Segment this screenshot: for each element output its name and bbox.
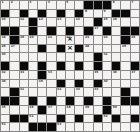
block-r12c10	[84, 97, 92, 105]
block-r12c4	[29, 97, 37, 105]
block-r14c7	[57, 115, 65, 123]
clue-number: 28	[85, 45, 89, 48]
cell-r15c11[interactable]	[94, 123, 102, 131]
cell-r11c5[interactable]	[38, 88, 46, 96]
cell-r2c15[interactable]	[131, 10, 139, 18]
clue-number: 19	[20, 36, 24, 39]
cell-r10c6[interactable]	[47, 80, 55, 88]
cell-r10c15[interactable]	[131, 80, 139, 88]
block-r12c12	[103, 97, 111, 105]
cell-r4c13[interactable]	[112, 27, 120, 35]
cell-r5c7[interactable]	[57, 36, 65, 44]
cell-r14c5[interactable]	[38, 115, 46, 123]
cell-r10c8[interactable]	[66, 80, 74, 88]
block-r1c10	[84, 1, 92, 9]
cell-r13c15[interactable]	[131, 106, 139, 114]
cell-r9c12[interactable]	[103, 71, 111, 79]
block-r4c4	[29, 27, 37, 35]
block-r2c1	[1, 10, 9, 18]
block-r4c10	[84, 27, 92, 35]
cell-r13c7[interactable]	[57, 106, 65, 114]
cell-r14c10[interactable]	[84, 115, 92, 123]
cell-r11c6[interactable]	[47, 88, 55, 96]
cell-r2c11[interactable]	[94, 10, 102, 18]
cell-r10c2[interactable]	[10, 80, 18, 88]
clue-number: 1	[2, 1, 4, 4]
cell-r7c14[interactable]	[121, 53, 129, 61]
cell-r3c15[interactable]	[131, 18, 139, 26]
clue-number: 8	[85, 10, 87, 13]
cell-r1c5[interactable]	[38, 1, 46, 9]
block-r8c11	[94, 62, 102, 70]
block-r14c9	[75, 115, 83, 123]
cell-r3c7[interactable]: 13	[57, 18, 65, 26]
cell-r8c4[interactable]	[29, 62, 37, 70]
block-r6c7	[57, 45, 65, 53]
cell-r13c14[interactable]	[121, 106, 129, 114]
clue-number: 25	[131, 36, 135, 39]
block-r10c7	[57, 80, 65, 88]
cell-r7c3[interactable]	[20, 53, 28, 61]
cell-r5c4[interactable]: 20	[29, 36, 37, 44]
clue-number: 39	[39, 80, 43, 83]
cell-r7c10[interactable]	[84, 53, 92, 61]
clue-number: 23	[85, 36, 89, 39]
clue-number: 43	[76, 88, 80, 91]
clue-number: 6	[113, 1, 115, 4]
block-r10c11	[94, 80, 102, 88]
cell-r6c12[interactable]	[103, 45, 111, 53]
cell-r2c12[interactable]: 9	[103, 10, 111, 18]
block-r13c12	[103, 106, 111, 114]
cell-r11c9[interactable]: 43	[75, 88, 83, 96]
clue-number: 38	[2, 80, 6, 83]
cell-r1c1[interactable]: 1	[1, 1, 9, 9]
cell-r13c9[interactable]	[75, 106, 83, 114]
cell-r9c3[interactable]: 33	[20, 71, 28, 79]
clue-number: 54	[57, 123, 61, 126]
clue-number: 9	[103, 10, 105, 13]
block-r8c13	[112, 62, 120, 70]
cell-r9c6[interactable]: 34	[47, 71, 55, 79]
cell-r6c6[interactable]	[47, 45, 55, 53]
clue-number: 46	[29, 106, 33, 109]
cell-r7c2[interactable]	[10, 53, 18, 61]
cell-r10c4[interactable]	[29, 80, 37, 88]
cell-r1c9[interactable]	[75, 1, 83, 9]
cell-r11c11[interactable]: 44	[94, 88, 102, 96]
block-r12c8	[66, 97, 74, 105]
cell-r6c15[interactable]	[131, 45, 139, 53]
cell-r3c13[interactable]: 16	[112, 18, 120, 26]
block-r6c9	[75, 45, 83, 53]
clue-number: 13	[57, 18, 61, 21]
cell-r15c2[interactable]	[10, 123, 18, 131]
clue-number: 15	[103, 18, 107, 21]
block-r8c3	[20, 62, 28, 70]
clue-number: 11	[20, 18, 24, 21]
clue-number: 47	[48, 106, 52, 109]
block-r12c6	[47, 97, 55, 105]
clue-number: 2	[11, 1, 13, 4]
cell-r9c1[interactable]: 32	[1, 71, 9, 79]
cell-r12c3[interactable]	[20, 97, 28, 105]
block-r5c14	[121, 36, 129, 44]
cell-r13c13[interactable]: 50	[112, 106, 120, 114]
cell-r13c4[interactable]: 46	[29, 106, 37, 114]
cell-r9c4[interactable]	[29, 71, 37, 79]
cell-r1c4[interactable]: 3	[29, 1, 37, 9]
clue-number: 29	[122, 45, 126, 48]
cell-r15c13[interactable]	[112, 123, 120, 131]
block-r12c15	[131, 97, 139, 105]
cell-r1c2[interactable]: 2	[10, 1, 18, 9]
block-r15c5	[38, 123, 46, 131]
cell-r11c13[interactable]	[112, 88, 120, 96]
cell-r6c2[interactable]: 27	[10, 45, 18, 53]
cell-r7c6[interactable]	[47, 53, 55, 61]
cell-r2c2[interactable]	[10, 10, 18, 18]
cell-r8c12[interactable]	[103, 62, 111, 70]
cell-r13c11[interactable]	[94, 106, 102, 114]
cell-r5c12[interactable]: 24	[103, 36, 111, 44]
cell-r15c12[interactable]	[103, 123, 111, 131]
cell-r5c15[interactable]: 25	[131, 36, 139, 44]
block-r15c4	[29, 123, 37, 131]
clue-number: 52	[103, 115, 107, 118]
block-r4c8	[66, 27, 74, 35]
block-r1c12	[103, 1, 111, 9]
cell-r7c4[interactable]	[29, 53, 37, 61]
clue-number: 51	[29, 115, 33, 118]
cell-r3c5[interactable]: 12	[38, 18, 46, 26]
cell-r13c3[interactable]	[20, 106, 28, 114]
clue-number: 32	[2, 71, 6, 74]
cell-r13c1[interactable]: 45	[1, 106, 9, 114]
cell-r12c11[interactable]	[94, 97, 102, 105]
cell-r10c5[interactable]: 39	[38, 80, 46, 88]
cell-r14c14[interactable]	[121, 115, 129, 123]
clue-number: 16	[113, 18, 117, 21]
cell-r6c13[interactable]	[112, 45, 120, 53]
clue-number: 24	[103, 36, 107, 39]
cell-r9c14[interactable]	[121, 71, 129, 79]
cell-r3c12[interactable]: 15	[103, 18, 111, 26]
block-r14c2	[10, 115, 18, 123]
cell-r6c11[interactable]	[94, 45, 102, 53]
cell-r3c1[interactable]: 10	[1, 18, 9, 26]
clue-number: 40	[103, 80, 107, 83]
cell-r6c14[interactable]: 29	[121, 45, 129, 53]
cell-r10c12[interactable]: 40	[103, 80, 111, 88]
cell-r7c1[interactable]: 30	[1, 53, 9, 61]
block-r3c11	[94, 18, 102, 26]
cell-r2c6[interactable]	[47, 10, 55, 18]
block-r14c13	[112, 115, 120, 123]
cell-r12c5[interactable]	[38, 97, 46, 105]
cell-r4c7[interactable]	[57, 27, 65, 35]
clue-number: 50	[113, 106, 117, 109]
cell-r15c7[interactable]: 54	[57, 123, 65, 131]
cell-r3c9[interactable]: 14	[75, 18, 83, 26]
cell-r11c12[interactable]	[103, 88, 111, 96]
block-r14c3	[20, 115, 28, 123]
cell-r5c13[interactable]	[112, 36, 120, 44]
block-r8c15	[131, 62, 139, 70]
block-r8c9	[75, 62, 83, 70]
cell-r3c2[interactable]	[10, 18, 18, 26]
cell-r15c1[interactable]: 53	[1, 123, 9, 131]
clue-number: 33	[20, 71, 24, 74]
cell-r14c4[interactable]: 51	[29, 115, 37, 123]
cell-r3c14[interactable]	[121, 18, 129, 26]
clue-number: 7	[131, 1, 133, 4]
cell-r3c10[interactable]	[84, 18, 92, 26]
cell-r8c10[interactable]	[84, 62, 92, 70]
block-r2c3	[20, 10, 28, 18]
cell-r7c15[interactable]	[131, 53, 139, 61]
block-r10c9	[75, 80, 83, 88]
cell-r9c15[interactable]: 37	[131, 71, 139, 79]
cell-r10c14[interactable]	[121, 80, 129, 88]
cell-r13c10[interactable]: 49	[84, 106, 92, 114]
block-r1c11	[94, 1, 102, 9]
cell-r8c6[interactable]	[47, 62, 55, 70]
cell-r13c6[interactable]: 47	[47, 106, 55, 114]
cell-r11c10[interactable]	[84, 88, 92, 96]
clue-number: 44	[94, 88, 98, 91]
block-r14c15	[131, 115, 139, 123]
cell-r11c7[interactable]: 42	[57, 88, 65, 96]
block-r3c4	[29, 18, 37, 26]
cell-r8c2[interactable]	[10, 62, 18, 70]
clue-number: 36	[113, 71, 117, 74]
cell-r10c3[interactable]	[20, 80, 28, 88]
block-r4c15	[131, 27, 139, 35]
cell-r1c6[interactable]: 4	[47, 1, 55, 9]
block-r12c14	[121, 97, 129, 105]
cell-r1c8[interactable]: 5	[66, 1, 74, 9]
clue-number: 31	[103, 53, 107, 56]
block-r8c5	[38, 62, 46, 70]
cell-r4c11[interactable]: 17	[94, 27, 102, 35]
cell-r12c7[interactable]	[57, 97, 65, 105]
cell-r6c1[interactable]: 26	[1, 45, 9, 53]
cell-r14c6[interactable]	[47, 115, 55, 123]
crossword-screenshot: 12345678910111213141516171819202122×2324…	[0, 0, 140, 132]
clue-number: 26	[2, 45, 6, 48]
clue-number: 45	[2, 106, 6, 109]
cell-r9c2[interactable]	[10, 71, 18, 79]
block-r8c1	[1, 62, 9, 70]
block-r11c2	[10, 88, 18, 96]
block-r14c11	[94, 115, 102, 123]
clue-number: 41	[20, 88, 24, 91]
cell-r9c13[interactable]: 36	[112, 71, 120, 79]
block-r12c1	[1, 97, 9, 105]
cell-r3c8[interactable]	[66, 18, 74, 26]
cell-r5c9[interactable]	[75, 36, 83, 44]
cell-r10c10[interactable]	[84, 80, 92, 88]
clue-number: 37	[131, 71, 135, 74]
cell-r11c8[interactable]	[66, 88, 74, 96]
block-r2c9	[75, 10, 83, 18]
clue-number: 53	[2, 123, 6, 126]
x-mark-icon: ×	[66, 45, 74, 53]
block-r4c6	[47, 27, 55, 35]
cell-r6c8[interactable]: ×	[66, 45, 74, 53]
block-r5c2	[10, 36, 18, 44]
cell-r5c11[interactable]	[94, 36, 102, 44]
cell-r2c10[interactable]: 8	[84, 10, 92, 18]
block-r2c5	[38, 10, 46, 18]
cell-r7c9[interactable]	[75, 53, 83, 61]
block-r2c7	[57, 10, 65, 18]
cell-r11c4[interactable]	[29, 88, 37, 96]
cell-r10c13[interactable]	[112, 80, 120, 88]
cell-r12c9[interactable]	[75, 97, 83, 105]
block-r4c2	[10, 27, 18, 35]
clue-number: 20	[29, 36, 33, 39]
clue-number: 21	[48, 36, 52, 39]
cell-r11c3[interactable]: 41	[20, 88, 28, 96]
clue-number: 49	[85, 106, 89, 109]
cell-r14c12[interactable]: 52	[103, 115, 111, 123]
cell-r4c3[interactable]	[20, 27, 28, 35]
cell-r14c1[interactable]	[1, 115, 9, 123]
cell-r6c10[interactable]: 28	[84, 45, 92, 53]
cell-r15c3[interactable]	[20, 123, 28, 131]
clue-number: 5	[66, 1, 68, 4]
cell-r1c3[interactable]	[20, 1, 28, 9]
clue-number: 10	[2, 18, 6, 21]
block-r12c2	[10, 97, 18, 105]
cell-r7c13[interactable]	[112, 53, 120, 61]
cell-r9c11[interactable]: 35	[94, 71, 102, 79]
block-r7c11	[94, 53, 102, 61]
clue-number: 12	[39, 18, 43, 21]
cell-r1c13[interactable]: 6	[112, 1, 120, 9]
cell-r5c5[interactable]	[38, 36, 46, 44]
clue-number: 14	[76, 18, 80, 21]
cell-r15c15[interactable]	[131, 123, 139, 131]
clue-number: 3	[29, 1, 31, 4]
cell-r11c1[interactable]	[1, 88, 9, 96]
cell-r13c2[interactable]	[10, 106, 18, 114]
cell-r9c9[interactable]	[75, 71, 83, 79]
clue-number: 30	[2, 53, 6, 56]
cell-r3c3[interactable]: 11	[20, 18, 28, 26]
cell-r8c14[interactable]	[121, 62, 129, 70]
block-r8c7	[57, 62, 65, 70]
cell-r1c7[interactable]	[57, 1, 65, 9]
cell-r5c1[interactable]: 18	[1, 36, 9, 44]
cell-r6c4[interactable]	[29, 45, 37, 53]
cell-r7c7[interactable]	[57, 53, 65, 61]
cell-r9c10[interactable]	[84, 71, 92, 79]
clue-number: 17	[94, 27, 98, 30]
block-r4c12	[103, 27, 111, 35]
block-r2c13	[112, 10, 120, 18]
cell-r2c4[interactable]	[29, 10, 37, 18]
cell-r15c10[interactable]	[84, 123, 92, 131]
cell-r14c8[interactable]	[66, 115, 74, 123]
cell-r2c8[interactable]	[66, 10, 74, 18]
block-r15c6	[47, 123, 55, 131]
clue-number: 18	[2, 36, 6, 39]
block-r4c1	[1, 27, 9, 35]
cell-r5c10[interactable]: 23	[84, 36, 92, 44]
cell-r13c8[interactable]: 48	[66, 106, 74, 114]
clue-number: 35	[94, 71, 98, 74]
block-r9c5	[38, 71, 46, 79]
cell-r5c6[interactable]: 21	[47, 36, 55, 44]
clue-number: 48	[66, 106, 70, 109]
cell-r3c6[interactable]	[47, 18, 55, 26]
cell-r9c7[interactable]	[57, 71, 65, 79]
cell-r12c13[interactable]	[112, 97, 120, 105]
crossword-board: 12345678910111213141516171819202122×2324…	[0, 0, 140, 132]
cell-r8c8[interactable]	[66, 62, 74, 70]
cell-r7c8[interactable]	[66, 53, 74, 61]
cell-r11c15[interactable]	[131, 88, 139, 96]
block-r6c5	[38, 45, 46, 53]
cell-r10c1[interactable]: 38	[1, 80, 9, 88]
cell-r4c9[interactable]	[75, 27, 83, 35]
x-mark-icon: ×	[66, 36, 74, 44]
clue-number: 34	[48, 71, 52, 74]
clue-number: 42	[57, 88, 61, 91]
cell-r15c8[interactable]	[66, 123, 74, 131]
block-r2c14	[121, 10, 129, 18]
cell-r5c8[interactable]: 22×	[66, 36, 74, 44]
block-r13c5	[38, 106, 46, 114]
cell-r5c3[interactable]: 19	[20, 36, 28, 44]
clue-number: 4	[48, 1, 50, 4]
cell-r4c5[interactable]	[38, 27, 46, 35]
cell-r7c5[interactable]	[38, 53, 46, 61]
cell-r15c14[interactable]	[121, 123, 129, 131]
cell-r15c9[interactable]	[75, 123, 83, 131]
block-r4c14	[121, 27, 129, 35]
block-r11c14	[121, 88, 129, 96]
clue-number: 27	[11, 45, 15, 48]
cell-r9c8[interactable]	[66, 71, 74, 79]
cell-r6c3[interactable]	[20, 45, 28, 53]
cell-r1c14[interactable]	[121, 1, 129, 9]
cell-r1c15[interactable]: 7	[131, 1, 139, 9]
cell-r7c12[interactable]: 31	[103, 53, 111, 61]
